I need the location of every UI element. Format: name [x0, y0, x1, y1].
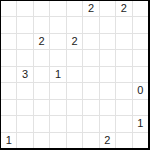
cell-r4c0[interactable] [1, 67, 16, 82]
cell-r4c8[interactable] [133, 67, 148, 82]
puzzle-board: 2222310112 [0, 0, 150, 150]
clue-cell-r4c1: 3 [17, 67, 32, 82]
clue-cell-r4c3: 1 [50, 67, 65, 82]
cell-r6c2[interactable] [34, 100, 49, 115]
cell-r8c7[interactable] [116, 133, 131, 148]
cell-r8c5[interactable] [83, 133, 98, 148]
clue-cell-r7c8: 1 [133, 116, 148, 131]
cell-r6c4[interactable] [67, 100, 82, 115]
cell-r6c3[interactable] [50, 100, 65, 115]
cell-r4c4[interactable] [67, 67, 82, 82]
cell-r7c2[interactable] [34, 116, 49, 131]
cell-r0c6[interactable] [100, 1, 115, 16]
clue-cell-r8c0: 1 [1, 133, 16, 148]
cell-r6c0[interactable] [1, 100, 16, 115]
cell-r7c4[interactable] [67, 116, 82, 131]
cell-r3c5[interactable] [83, 50, 98, 65]
cell-r3c8[interactable] [133, 50, 148, 65]
cell-r1c3[interactable] [50, 17, 65, 32]
cell-r5c7[interactable] [116, 83, 131, 98]
cell-r3c3[interactable] [50, 50, 65, 65]
cell-r0c3[interactable] [50, 1, 65, 16]
cell-r0c1[interactable] [17, 1, 32, 16]
cell-r0c2[interactable] [34, 1, 49, 16]
cell-r1c8[interactable] [133, 17, 148, 32]
cell-r8c2[interactable] [34, 133, 49, 148]
cell-r7c0[interactable] [1, 116, 16, 131]
clue-cell-r0c5: 2 [83, 1, 98, 16]
cell-r8c3[interactable] [50, 133, 65, 148]
cell-r7c3[interactable] [50, 116, 65, 131]
cell-r5c3[interactable] [50, 83, 65, 98]
cell-r1c2[interactable] [34, 17, 49, 32]
cell-r6c8[interactable] [133, 100, 148, 115]
clue-cell-r2c2: 2 [34, 34, 49, 49]
cell-r7c1[interactable] [17, 116, 32, 131]
cell-r3c6[interactable] [100, 50, 115, 65]
cell-r2c0[interactable] [1, 34, 16, 49]
cell-r0c0[interactable] [1, 1, 16, 16]
cell-r4c7[interactable] [116, 67, 131, 82]
cell-r2c1[interactable] [17, 34, 32, 49]
cell-r1c0[interactable] [1, 17, 16, 32]
cell-r7c7[interactable] [116, 116, 131, 131]
clue-cell-r0c7: 2 [116, 1, 131, 16]
cell-r3c1[interactable] [17, 50, 32, 65]
cell-r4c6[interactable] [100, 67, 115, 82]
cell-r2c5[interactable] [83, 34, 98, 49]
cell-r5c4[interactable] [67, 83, 82, 98]
cell-r4c2[interactable] [34, 67, 49, 82]
cell-r5c0[interactable] [1, 83, 16, 98]
cell-r6c5[interactable] [83, 100, 98, 115]
cell-r5c6[interactable] [100, 83, 115, 98]
cell-r4c5[interactable] [83, 67, 98, 82]
cell-r2c8[interactable] [133, 34, 148, 49]
cell-r2c7[interactable] [116, 34, 131, 49]
cell-r7c6[interactable] [100, 116, 115, 131]
clue-cell-r5c8: 0 [133, 83, 148, 98]
cell-r8c8[interactable] [133, 133, 148, 148]
cell-r5c1[interactable] [17, 83, 32, 98]
cell-r5c5[interactable] [83, 83, 98, 98]
cell-r6c7[interactable] [116, 100, 131, 115]
cell-r1c7[interactable] [116, 17, 131, 32]
cell-r2c3[interactable] [50, 34, 65, 49]
clue-cell-r2c4: 2 [67, 34, 82, 49]
cell-r2c6[interactable] [100, 34, 115, 49]
cell-r5c2[interactable] [34, 83, 49, 98]
clue-cell-r8c6: 2 [100, 133, 115, 148]
cell-r3c4[interactable] [67, 50, 82, 65]
cell-r0c8[interactable] [133, 1, 148, 16]
cell-r3c2[interactable] [34, 50, 49, 65]
cell-r3c0[interactable] [1, 50, 16, 65]
cell-r1c1[interactable] [17, 17, 32, 32]
cell-r0c4[interactable] [67, 1, 82, 16]
cell-r3c7[interactable] [116, 50, 131, 65]
cell-r6c6[interactable] [100, 100, 115, 115]
cell-r8c4[interactable] [67, 133, 82, 148]
cell-r1c4[interactable] [67, 17, 82, 32]
cell-r6c1[interactable] [17, 100, 32, 115]
cell-r7c5[interactable] [83, 116, 98, 131]
cell-r1c5[interactable] [83, 17, 98, 32]
cell-r8c1[interactable] [17, 133, 32, 148]
cell-r1c6[interactable] [100, 17, 115, 32]
